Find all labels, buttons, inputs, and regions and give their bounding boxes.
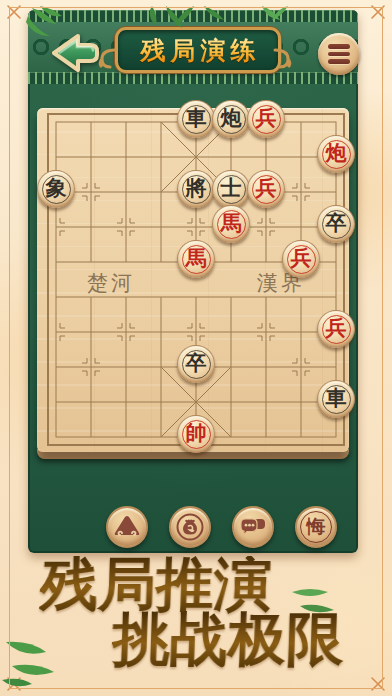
menu-button[interactable]	[318, 33, 360, 75]
piece-black-pawn[interactable]: 卒	[177, 345, 215, 383]
piece-character: 卒	[186, 353, 207, 374]
mountain-icon	[113, 514, 141, 540]
piece-black-pawn[interactable]: 卒	[317, 205, 355, 243]
piece-red-cannon[interactable]: 炮	[317, 135, 355, 173]
page-title: 残局演练	[136, 34, 261, 67]
piece-character: 兵	[291, 248, 312, 269]
piece-character: 馬	[186, 248, 207, 269]
piece-character: 將	[186, 178, 207, 199]
piece-black-chariot[interactable]: 車	[177, 100, 215, 138]
piece-character: 卒	[326, 213, 347, 234]
banner-line-1: 残局推演	[39, 556, 273, 614]
piece-character: 士	[221, 178, 242, 199]
chat-button[interactable]	[232, 506, 274, 548]
menu-bar-icon	[328, 52, 350, 57]
piece-black-general[interactable]: 將	[177, 170, 215, 208]
piece-character: 車	[326, 388, 347, 409]
piece-character: 炮	[326, 143, 347, 164]
formation-button[interactable]	[106, 506, 148, 548]
menu-bar-icon	[328, 44, 350, 49]
board-grid: 楚河 漢界	[37, 108, 349, 452]
frame-corner-ornament	[370, 676, 386, 692]
frame-corner-ornament	[6, 676, 22, 692]
undo-button[interactable]: 悔	[295, 506, 337, 548]
piece-red-general[interactable]: 帥	[177, 415, 215, 453]
treasure-button[interactable]	[169, 506, 211, 548]
piece-black-chariot[interactable]: 車	[317, 380, 355, 418]
piece-red-pawn[interactable]: 兵	[247, 100, 285, 138]
piece-character: 兵	[256, 178, 277, 199]
header-meander-top	[28, 10, 358, 22]
plaque-curl-left	[98, 48, 118, 70]
piece-red-pawn[interactable]: 兵	[317, 310, 355, 348]
app-screen: 残局演练	[0, 0, 392, 696]
frame-corner-ornament	[370, 4, 386, 20]
hui-character-icon: 悔	[300, 511, 332, 543]
piece-red-pawn[interactable]: 兵	[282, 240, 320, 278]
coin-pouch-icon	[176, 513, 204, 541]
piece-character: 帥	[186, 423, 207, 444]
piece-black-cannon[interactable]: 炮	[212, 100, 250, 138]
title-plaque: 残局演练	[115, 27, 281, 73]
menu-bar-icon	[328, 59, 350, 64]
piece-character: 象	[46, 178, 67, 199]
piece-black-advisor[interactable]: 士	[212, 170, 250, 208]
piece-character: 兵	[326, 318, 347, 339]
frame-corner-ornament	[6, 4, 22, 20]
piece-red-horse[interactable]: 馬	[212, 205, 250, 243]
piece-red-horse[interactable]: 馬	[177, 240, 215, 278]
piece-black-elephant[interactable]: 象	[37, 170, 75, 208]
banner-line-2: 挑战极限	[111, 611, 345, 669]
river-label-left: 楚河	[87, 271, 135, 295]
piece-character: 炮	[221, 108, 242, 129]
piece-red-pawn[interactable]: 兵	[247, 170, 285, 208]
chat-bubbles-icon	[239, 514, 267, 540]
plaque-curl-right	[272, 48, 292, 70]
piece-character: 兵	[256, 108, 277, 129]
piece-character: 車	[186, 108, 207, 129]
xiangqi-board[interactable]: 楚河 漢界	[37, 108, 349, 452]
piece-character: 馬	[221, 213, 242, 234]
